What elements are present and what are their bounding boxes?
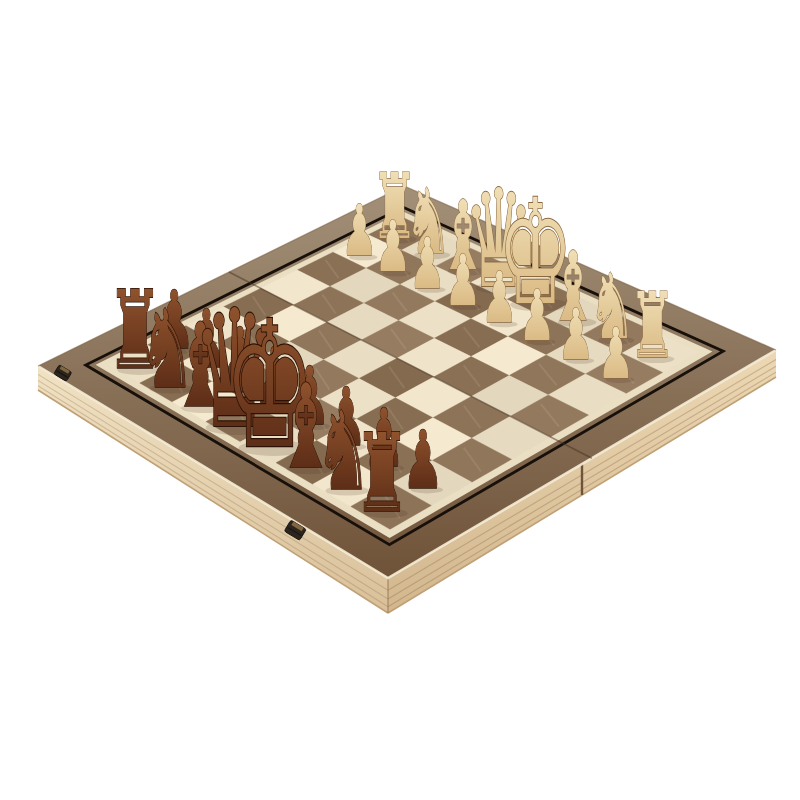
piece-white-pawn[interactable]: ♟ <box>375 206 412 288</box>
piece-white-pawn[interactable]: ♟ <box>409 223 446 305</box>
piece-white-pawn[interactable]: ♟ <box>519 275 556 357</box>
piece-white-pawn[interactable]: ♟ <box>597 313 634 395</box>
piece-black-rook[interactable]: ♜ <box>354 411 410 537</box>
chessboard-scene: ♜♞♟♝♟♛♟♚♟♝♟♞♟♟♜♟♟♜♟♟♞♟♝♟♛♟♚♟♝♟♞♜ <box>0 0 800 800</box>
piece-white-rook[interactable]: ♜ <box>629 273 676 378</box>
piece-white-pawn[interactable]: ♟ <box>341 190 378 272</box>
piece-white-pawn[interactable]: ♟ <box>481 257 518 339</box>
piece-white-pawn[interactable]: ♟ <box>445 240 482 322</box>
product-photo-chess-set: ♜♞♟♝♟♛♟♚♟♝♟♞♟♟♜♟♟♜♟♟♞♟♝♟♛♟♚♟♝♟♞♜ <box>0 0 800 800</box>
piece-white-pawn[interactable]: ♟ <box>558 294 595 376</box>
